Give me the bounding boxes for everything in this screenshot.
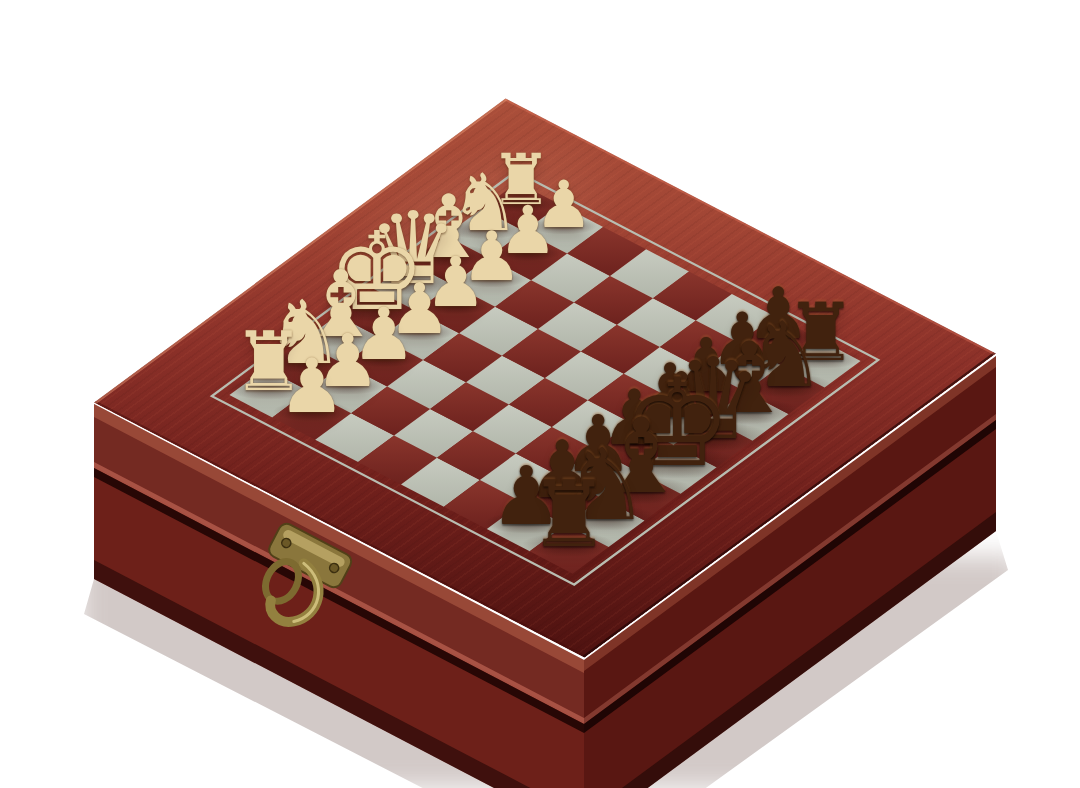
piece-black-rook[interactable]: ♜ [510, 455, 628, 573]
piece-white-pawn[interactable]: ♟ [263, 337, 361, 434]
chess-box-scene: ♜♞♝♚♛♝♞♜♟♟♟♟♟♟♟♟♟♟♟♟♟♟♟♟♜♞♝♚♛♝♞♜ [0, 0, 1080, 788]
square-h8[interactable]: ♜ [530, 525, 609, 574]
piece-contact-shadow [273, 402, 351, 421]
piece-contact-shadow [522, 533, 617, 557]
square-h2[interactable]: ♟ [272, 391, 351, 440]
